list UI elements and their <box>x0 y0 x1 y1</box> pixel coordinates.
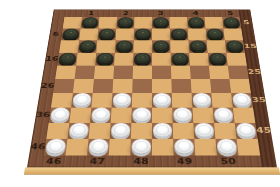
square-18[interactable] <box>133 53 152 66</box>
square-10[interactable] <box>206 28 225 40</box>
square-nonplayable <box>173 123 195 139</box>
coordinate-left-46: 46 <box>29 139 46 156</box>
black-man-2[interactable] <box>117 17 134 27</box>
square-nonplayable <box>73 79 94 93</box>
white-man-47[interactable] <box>88 139 109 154</box>
coordinate-top-3: 3 <box>152 10 170 18</box>
square-12[interactable] <box>115 40 134 52</box>
square-nonplayable <box>116 28 135 40</box>
square-nonplayable <box>46 123 69 139</box>
coordinate-top-2: 2 <box>117 10 135 18</box>
square-6[interactable] <box>61 28 81 40</box>
square-13[interactable] <box>152 40 171 52</box>
square-nonplayable <box>170 40 189 52</box>
white-man-32[interactable] <box>113 93 132 106</box>
board-front-edge <box>24 167 280 174</box>
black-man-14[interactable] <box>189 40 207 51</box>
square-nonplayable <box>131 123 152 139</box>
scene: 123454647484950616263646515253545 <box>0 0 280 187</box>
square-nonplayable <box>65 139 88 156</box>
white-man-43[interactable] <box>153 123 172 137</box>
white-man-46[interactable] <box>45 139 66 154</box>
coordinate-bottom-46: 46 <box>42 156 65 168</box>
square-45[interactable] <box>235 123 258 139</box>
coordinate-bottom-48: 48 <box>130 156 152 168</box>
white-man-49[interactable] <box>174 139 194 154</box>
white-man-33[interactable] <box>153 93 171 106</box>
square-43[interactable] <box>152 123 173 139</box>
coordinate-top-4: 4 <box>187 10 205 18</box>
square-nonplayable <box>69 108 91 123</box>
black-man-9[interactable] <box>171 28 188 39</box>
coordinate-top-5: 5 <box>221 10 239 18</box>
square-33[interactable] <box>152 93 172 108</box>
white-man-44[interactable] <box>194 123 214 137</box>
coordinate-right-5: 5 <box>240 17 254 28</box>
square-nonplayable <box>89 123 111 139</box>
square-24[interactable] <box>190 66 210 79</box>
square-44[interactable] <box>193 123 215 139</box>
white-man-42[interactable] <box>111 123 131 137</box>
black-man-8[interactable] <box>135 28 152 39</box>
square-nonplayable <box>98 17 117 28</box>
square-5[interactable] <box>222 17 241 28</box>
coordinate-left-26: 26 <box>40 79 56 93</box>
square-46[interactable] <box>44 139 68 156</box>
square-nonplayable <box>192 108 214 123</box>
square-nonplayable <box>76 53 96 66</box>
square-14[interactable] <box>188 40 207 52</box>
square-31[interactable] <box>71 93 93 108</box>
coordinate-bottom-47: 47 <box>86 156 109 168</box>
black-man-1[interactable] <box>82 17 99 27</box>
square-nonplayable <box>152 108 173 123</box>
square-nonplayable <box>152 79 172 93</box>
white-man-39[interactable] <box>173 108 192 122</box>
square-2[interactable] <box>116 17 134 28</box>
square-nonplayable <box>226 53 246 66</box>
square-22[interactable] <box>113 66 133 79</box>
black-man-20[interactable] <box>209 53 227 65</box>
square-nonplayable <box>214 123 237 139</box>
square-nonplayable <box>205 17 224 28</box>
black-man-13[interactable] <box>153 40 170 51</box>
black-man-19[interactable] <box>171 53 189 65</box>
square-nonplayable <box>170 17 188 28</box>
square-32[interactable] <box>112 93 133 108</box>
coordinate-right-25: 25 <box>247 66 262 79</box>
square-nonplayable <box>109 139 131 156</box>
coordinate-left-16: 16 <box>44 53 59 66</box>
square-nonplayable <box>207 40 227 52</box>
square-nonplayable <box>189 53 209 66</box>
white-man-45[interactable] <box>236 123 257 137</box>
square-nonplayable <box>229 79 250 93</box>
square-9[interactable] <box>170 28 189 40</box>
square-nonplayable <box>133 40 152 52</box>
white-man-37[interactable] <box>91 108 111 122</box>
coordinate-top-1: 1 <box>82 10 100 18</box>
square-23[interactable] <box>152 66 171 79</box>
board-grid <box>44 17 260 155</box>
square-3[interactable] <box>152 17 170 28</box>
black-man-12[interactable] <box>116 40 133 51</box>
square-nonplayable <box>194 139 217 156</box>
coordinate-left-36: 36 <box>35 108 51 123</box>
square-41[interactable] <box>67 123 90 139</box>
black-man-4[interactable] <box>188 17 205 27</box>
square-26[interactable] <box>53 79 74 93</box>
square-nonplayable <box>132 93 152 108</box>
black-man-11[interactable] <box>79 40 97 51</box>
black-man-10[interactable] <box>206 28 224 39</box>
square-nonplayable <box>91 93 112 108</box>
black-man-17[interactable] <box>96 53 114 65</box>
square-34[interactable] <box>192 93 213 108</box>
square-nonplayable <box>96 40 115 52</box>
square-nonplayable <box>188 28 207 40</box>
square-16[interactable] <box>57 53 77 66</box>
coordinate-bottom-50: 50 <box>217 156 240 168</box>
white-man-50[interactable] <box>216 139 237 154</box>
white-man-31[interactable] <box>72 93 92 106</box>
square-47[interactable] <box>87 139 110 156</box>
square-nonplayable <box>172 93 193 108</box>
square-nonplayable <box>112 79 132 93</box>
square-20[interactable] <box>208 53 228 66</box>
square-39[interactable] <box>172 108 193 123</box>
square-nonplayable <box>191 79 212 93</box>
square-nonplayable <box>55 66 76 79</box>
black-man-16[interactable] <box>58 53 77 65</box>
coordinate-right-35: 35 <box>251 93 267 108</box>
black-man-6[interactable] <box>62 28 80 39</box>
square-15[interactable] <box>225 40 245 52</box>
square-48[interactable] <box>130 139 152 156</box>
square-30[interactable] <box>210 79 231 93</box>
square-nonplayable <box>94 66 114 79</box>
square-nonplayable <box>114 53 133 66</box>
square-36[interactable] <box>49 108 71 123</box>
square-nonplayable <box>223 28 243 40</box>
square-nonplayable <box>59 40 79 52</box>
square-42[interactable] <box>110 123 132 139</box>
square-7[interactable] <box>97 28 116 40</box>
square-nonplayable <box>233 108 255 123</box>
square-50[interactable] <box>215 139 238 156</box>
square-11[interactable] <box>78 40 98 52</box>
square-35[interactable] <box>231 93 253 108</box>
square-nonplayable <box>133 66 152 79</box>
coordinate-bottom-49: 49 <box>174 156 196 168</box>
white-man-34[interactable] <box>192 93 211 106</box>
square-nonplayable <box>51 93 73 108</box>
black-man-15[interactable] <box>226 40 244 51</box>
square-25[interactable] <box>228 66 249 79</box>
square-nonplayable <box>237 139 261 156</box>
square-37[interactable] <box>90 108 112 123</box>
square-nonplayable <box>171 66 191 79</box>
white-man-40[interactable] <box>214 108 234 122</box>
white-man-41[interactable] <box>69 123 89 137</box>
square-28[interactable] <box>132 79 152 93</box>
square-nonplayable <box>79 28 98 40</box>
square-nonplayable <box>152 28 170 40</box>
square-nonplayable <box>211 93 233 108</box>
square-nonplayable <box>63 17 82 28</box>
square-8[interactable] <box>134 28 152 40</box>
coordinate-right-15: 15 <box>243 40 258 52</box>
black-man-3[interactable] <box>153 17 169 27</box>
board-frame: 123454647484950616263646515253545 <box>27 10 277 168</box>
white-man-36[interactable] <box>50 108 70 122</box>
square-nonplayable <box>152 53 171 66</box>
square-38[interactable] <box>131 108 152 123</box>
square-nonplayable <box>111 108 132 123</box>
white-man-38[interactable] <box>132 108 151 122</box>
white-man-48[interactable] <box>131 139 151 154</box>
square-29[interactable] <box>171 79 191 93</box>
square-1[interactable] <box>81 17 100 28</box>
square-17[interactable] <box>95 53 115 66</box>
square-4[interactable] <box>187 17 206 28</box>
black-man-5[interactable] <box>223 17 240 27</box>
coordinate-right-45: 45 <box>255 123 272 139</box>
draughts-board: 123454647484950616263646515253545 <box>27 10 277 168</box>
coordinate-left-6: 6 <box>49 28 63 40</box>
white-man-35[interactable] <box>232 93 252 106</box>
black-man-7[interactable] <box>98 28 115 39</box>
square-19[interactable] <box>171 53 190 66</box>
square-49[interactable] <box>173 139 195 156</box>
black-man-18[interactable] <box>134 53 151 65</box>
square-nonplayable <box>152 139 174 156</box>
square-40[interactable] <box>213 108 235 123</box>
square-21[interactable] <box>75 66 96 79</box>
square-nonplayable <box>209 66 230 79</box>
square-27[interactable] <box>93 79 114 93</box>
square-nonplayable <box>134 17 152 28</box>
